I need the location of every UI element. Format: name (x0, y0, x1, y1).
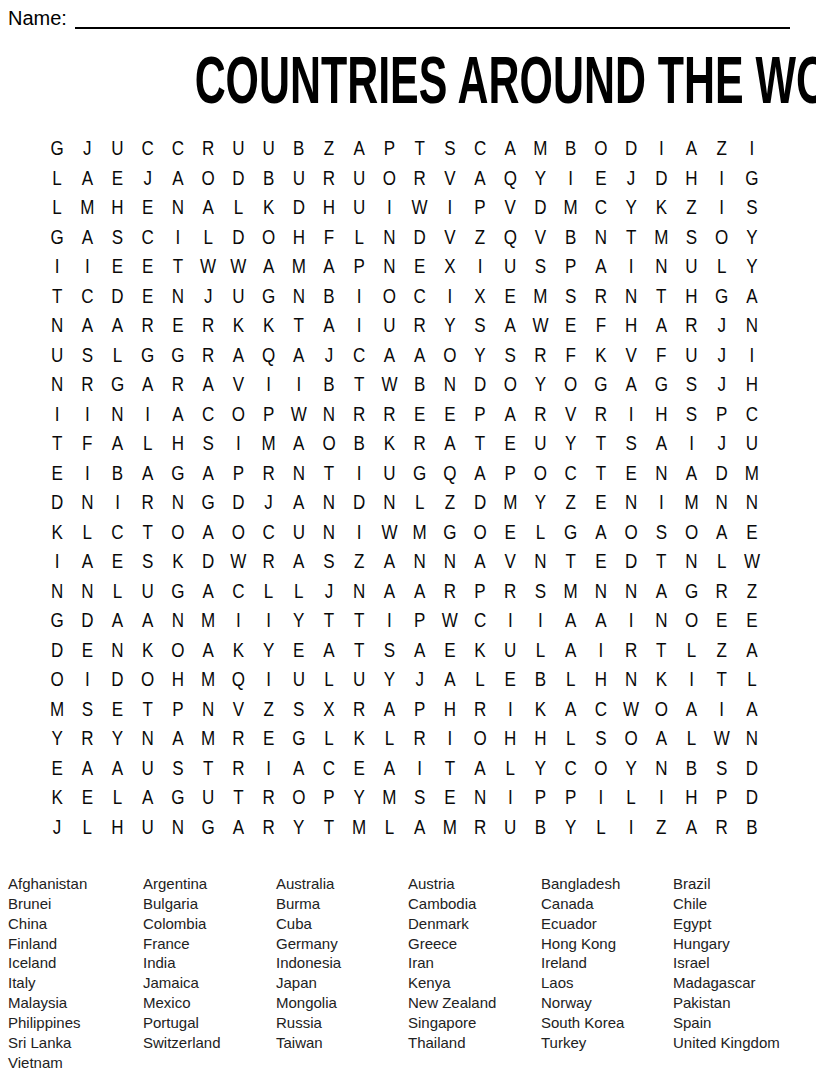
grid-cell-r20c15[interactable]: R (465, 695, 495, 725)
grid-cell-r17c14[interactable]: W (435, 606, 465, 636)
grid-cell-r24c10[interactable]: T (314, 813, 344, 843)
word-list-item[interactable]: New Zealand (408, 993, 541, 1013)
grid-cell-r21c21[interactable]: A (646, 724, 676, 754)
grid-cell-r12c16[interactable]: P (495, 459, 525, 489)
grid-cell-r15c16[interactable]: V (495, 547, 525, 577)
grid-cell-r22c7[interactable]: R (223, 754, 253, 784)
grid-cell-r21c6[interactable]: M (193, 724, 223, 754)
grid-cell-r4c4[interactable]: C (133, 223, 163, 253)
grid-cell-r3c13[interactable]: W (405, 193, 435, 223)
grid-cell-r4c8[interactable]: O (253, 223, 283, 253)
grid-cell-r4c5[interactable]: I (163, 223, 193, 253)
grid-cell-r9c21[interactable]: G (646, 370, 676, 400)
word-list-item[interactable]: Hungary (673, 934, 810, 954)
grid-cell-r22c2[interactable]: A (72, 754, 102, 784)
grid-cell-r2c15[interactable]: A (465, 164, 495, 194)
grid-cell-r13c13[interactable]: L (405, 488, 435, 518)
grid-cell-r3c20[interactable]: Y (616, 193, 646, 223)
grid-cell-r22c24[interactable]: D (737, 754, 767, 784)
grid-cell-r13c2[interactable]: N (72, 488, 102, 518)
grid-cell-r2c14[interactable]: V (435, 164, 465, 194)
grid-cell-r13c10[interactable]: N (314, 488, 344, 518)
word-list-item[interactable]: Argentina (143, 874, 276, 894)
grid-cell-r21c10[interactable]: L (314, 724, 344, 754)
name-blank-line[interactable] (75, 7, 790, 29)
grid-cell-r14c9[interactable]: U (284, 518, 314, 548)
grid-cell-r23c2[interactable]: E (72, 783, 102, 813)
grid-cell-r23c20[interactable]: L (616, 783, 646, 813)
word-list-item[interactable]: Cambodia (408, 894, 541, 914)
grid-cell-r12c8[interactable]: R (253, 459, 283, 489)
grid-cell-r16c9[interactable]: L (284, 577, 314, 607)
grid-cell-r18c2[interactable]: E (72, 636, 102, 666)
word-list-item[interactable]: Portugal (143, 1013, 276, 1033)
grid-cell-r6c14[interactable]: I (435, 282, 465, 312)
grid-cell-r22c13[interactable]: I (405, 754, 435, 784)
grid-cell-r22c22[interactable]: B (676, 754, 706, 784)
grid-cell-r19c5[interactable]: H (163, 665, 193, 695)
grid-cell-r15c23[interactable]: L (707, 547, 737, 577)
word-list-item[interactable]: Norway (541, 993, 673, 1013)
grid-cell-r6c16[interactable]: E (495, 282, 525, 312)
grid-cell-r18c7[interactable]: K (223, 636, 253, 666)
grid-cell-r2c21[interactable]: D (646, 164, 676, 194)
word-list-item[interactable]: Brazil (673, 874, 810, 894)
grid-cell-r4c11[interactable]: L (344, 223, 374, 253)
grid-cell-r2c23[interactable]: I (707, 164, 737, 194)
grid-cell-r16c24[interactable]: Z (737, 577, 767, 607)
grid-cell-r14c2[interactable]: L (72, 518, 102, 548)
grid-cell-r20c14[interactable]: H (435, 695, 465, 725)
grid-cell-r8c18[interactable]: F (556, 341, 586, 371)
grid-cell-r1c24[interactable]: I (737, 134, 767, 164)
grid-cell-r10c6[interactable]: C (193, 400, 223, 430)
grid-cell-r10c7[interactable]: O (223, 400, 253, 430)
grid-cell-r20c24[interactable]: A (737, 695, 767, 725)
grid-cell-r11c17[interactable]: U (525, 429, 555, 459)
grid-cell-r20c19[interactable]: C (586, 695, 616, 725)
grid-cell-r22c9[interactable]: A (284, 754, 314, 784)
grid-cell-r18c8[interactable]: Y (253, 636, 283, 666)
word-list-item[interactable]: Israel (673, 953, 810, 973)
grid-cell-r5c6[interactable]: W (193, 252, 223, 282)
grid-cell-r22c8[interactable]: I (253, 754, 283, 784)
grid-cell-r16c2[interactable]: N (72, 577, 102, 607)
grid-cell-r5c21[interactable]: N (646, 252, 676, 282)
grid-cell-r17c10[interactable]: T (314, 606, 344, 636)
grid-cell-r24c1[interactable]: J (42, 813, 72, 843)
grid-cell-r10c23[interactable]: P (707, 400, 737, 430)
grid-cell-r8c23[interactable]: J (707, 341, 737, 371)
grid-cell-r12c20[interactable]: E (616, 459, 646, 489)
grid-cell-r16c1[interactable]: N (42, 577, 72, 607)
grid-cell-r5c4[interactable]: E (133, 252, 163, 282)
grid-cell-r12c21[interactable]: N (646, 459, 676, 489)
grid-cell-r7c19[interactable]: F (586, 311, 616, 341)
grid-cell-r3c4[interactable]: E (133, 193, 163, 223)
grid-cell-r7c23[interactable]: J (707, 311, 737, 341)
grid-cell-r19c9[interactable]: U (284, 665, 314, 695)
grid-cell-r2c9[interactable]: U (284, 164, 314, 194)
grid-cell-r2c2[interactable]: A (72, 164, 102, 194)
grid-cell-r3c14[interactable]: I (435, 193, 465, 223)
grid-cell-r17c16[interactable]: I (495, 606, 525, 636)
grid-cell-r14c7[interactable]: O (223, 518, 253, 548)
grid-cell-r1c3[interactable]: U (102, 134, 132, 164)
grid-cell-r17c3[interactable]: A (102, 606, 132, 636)
grid-cell-r3c5[interactable]: N (163, 193, 193, 223)
grid-cell-r8c11[interactable]: C (344, 341, 374, 371)
word-list-item[interactable]: Taiwan (276, 1033, 408, 1053)
grid-cell-r11c19[interactable]: T (586, 429, 616, 459)
grid-cell-r15c14[interactable]: N (435, 547, 465, 577)
grid-cell-r21c3[interactable]: Y (102, 724, 132, 754)
grid-cell-r5c7[interactable]: W (223, 252, 253, 282)
grid-cell-r19c12[interactable]: Y (374, 665, 404, 695)
grid-cell-r7c18[interactable]: E (556, 311, 586, 341)
grid-cell-r16c14[interactable]: R (435, 577, 465, 607)
grid-cell-r9c14[interactable]: N (435, 370, 465, 400)
grid-cell-r4c9[interactable]: H (284, 223, 314, 253)
grid-cell-r19c16[interactable]: E (495, 665, 525, 695)
grid-cell-r24c19[interactable]: L (586, 813, 616, 843)
grid-cell-r17c11[interactable]: T (344, 606, 374, 636)
grid-cell-r23c17[interactable]: P (525, 783, 555, 813)
word-list-item[interactable]: Philippines (8, 1013, 143, 1033)
grid-cell-r1c21[interactable]: I (646, 134, 676, 164)
grid-cell-r24c13[interactable]: A (405, 813, 435, 843)
word-list-item[interactable]: Sri Lanka (8, 1033, 143, 1053)
grid-cell-r16c11[interactable]: N (344, 577, 374, 607)
grid-cell-r6c24[interactable]: A (737, 282, 767, 312)
grid-cell-r12c1[interactable]: E (42, 459, 72, 489)
grid-cell-r13c18[interactable]: Z (556, 488, 586, 518)
grid-cell-r1c8[interactable]: U (253, 134, 283, 164)
grid-cell-r9c9[interactable]: I (284, 370, 314, 400)
grid-cell-r3c18[interactable]: M (556, 193, 586, 223)
grid-cell-r19c4[interactable]: O (133, 665, 163, 695)
grid-cell-r23c18[interactable]: P (556, 783, 586, 813)
word-list-item[interactable]: Laos (541, 973, 673, 993)
grid-cell-r12c23[interactable]: D (707, 459, 737, 489)
grid-cell-r8c13[interactable]: A (405, 341, 435, 371)
grid-cell-r17c7[interactable]: I (223, 606, 253, 636)
grid-cell-r8c16[interactable]: S (495, 341, 525, 371)
grid-cell-r20c2[interactable]: S (72, 695, 102, 725)
grid-cell-r11c12[interactable]: K (374, 429, 404, 459)
grid-cell-r19c19[interactable]: H (586, 665, 616, 695)
grid-cell-r24c12[interactable]: L (374, 813, 404, 843)
grid-cell-r4c19[interactable]: N (586, 223, 616, 253)
grid-cell-r22c15[interactable]: A (465, 754, 495, 784)
grid-cell-r1c10[interactable]: Z (314, 134, 344, 164)
grid-cell-r8c21[interactable]: F (646, 341, 676, 371)
word-list-item[interactable]: Mongolia (276, 993, 408, 1013)
grid-cell-r16c20[interactable]: N (616, 577, 646, 607)
grid-cell-r18c16[interactable]: U (495, 636, 525, 666)
grid-cell-r12c11[interactable]: I (344, 459, 374, 489)
grid-cell-r16c12[interactable]: A (374, 577, 404, 607)
grid-cell-r2c13[interactable]: R (405, 164, 435, 194)
grid-cell-r3c10[interactable]: H (314, 193, 344, 223)
grid-cell-r1c11[interactable]: A (344, 134, 374, 164)
grid-cell-r13c7[interactable]: D (223, 488, 253, 518)
grid-cell-r9c15[interactable]: D (465, 370, 495, 400)
word-list-item[interactable]: South Korea (541, 1013, 673, 1033)
grid-cell-r14c3[interactable]: C (102, 518, 132, 548)
grid-cell-r20c6[interactable]: N (193, 695, 223, 725)
grid-cell-r23c7[interactable]: T (223, 783, 253, 813)
grid-cell-r12c24[interactable]: M (737, 459, 767, 489)
grid-cell-r1c4[interactable]: C (133, 134, 163, 164)
grid-cell-r5c20[interactable]: I (616, 252, 646, 282)
grid-cell-r20c9[interactable]: S (284, 695, 314, 725)
grid-cell-r8c20[interactable]: V (616, 341, 646, 371)
grid-cell-r13c9[interactable]: A (284, 488, 314, 518)
grid-cell-r15c17[interactable]: N (525, 547, 555, 577)
grid-cell-r10c8[interactable]: P (253, 400, 283, 430)
grid-cell-r6c7[interactable]: U (223, 282, 253, 312)
grid-cell-r22c3[interactable]: A (102, 754, 132, 784)
grid-cell-r10c22[interactable]: S (676, 400, 706, 430)
grid-cell-r11c7[interactable]: I (223, 429, 253, 459)
grid-cell-r6c20[interactable]: N (616, 282, 646, 312)
grid-cell-r21c13[interactable]: R (405, 724, 435, 754)
grid-cell-r21c9[interactable]: G (284, 724, 314, 754)
grid-cell-r15c9[interactable]: A (284, 547, 314, 577)
grid-cell-r22c12[interactable]: A (374, 754, 404, 784)
grid-cell-r18c21[interactable]: T (646, 636, 676, 666)
grid-cell-r3c24[interactable]: S (737, 193, 767, 223)
word-list-item[interactable]: Russia (276, 1013, 408, 1033)
word-list-item[interactable]: Mexico (143, 993, 276, 1013)
grid-cell-r10c15[interactable]: P (465, 400, 495, 430)
word-list-item[interactable]: India (143, 953, 276, 973)
grid-cell-r2c1[interactable]: L (42, 164, 72, 194)
grid-cell-r1c2[interactable]: J (72, 134, 102, 164)
grid-cell-r23c16[interactable]: I (495, 783, 525, 813)
grid-cell-r6c15[interactable]: X (465, 282, 495, 312)
grid-cell-r5c24[interactable]: Y (737, 252, 767, 282)
word-list-item[interactable]: Switzerland (143, 1033, 276, 1053)
grid-cell-r13c20[interactable]: N (616, 488, 646, 518)
grid-cell-r5c22[interactable]: U (676, 252, 706, 282)
grid-cell-r23c1[interactable]: K (42, 783, 72, 813)
grid-cell-r24c8[interactable]: R (253, 813, 283, 843)
grid-cell-r10c4[interactable]: I (133, 400, 163, 430)
grid-cell-r8c5[interactable]: G (163, 341, 193, 371)
grid-cell-r19c3[interactable]: D (102, 665, 132, 695)
grid-cell-r13c14[interactable]: Z (435, 488, 465, 518)
grid-cell-r21c2[interactable]: R (72, 724, 102, 754)
grid-cell-r7c24[interactable]: N (737, 311, 767, 341)
grid-cell-r7c3[interactable]: A (102, 311, 132, 341)
grid-cell-r15c6[interactable]: D (193, 547, 223, 577)
grid-cell-r11c23[interactable]: J (707, 429, 737, 459)
grid-cell-r24c24[interactable]: B (737, 813, 767, 843)
grid-cell-r2c16[interactable]: Q (495, 164, 525, 194)
grid-cell-r21c5[interactable]: A (163, 724, 193, 754)
grid-cell-r21c22[interactable]: L (676, 724, 706, 754)
grid-cell-r7c20[interactable]: H (616, 311, 646, 341)
grid-cell-r22c14[interactable]: T (435, 754, 465, 784)
word-list-item[interactable]: Vietnam (8, 1053, 143, 1073)
word-list-item[interactable]: Spain (673, 1013, 810, 1033)
grid-cell-r7c12[interactable]: U (374, 311, 404, 341)
grid-cell-r2c3[interactable]: E (102, 164, 132, 194)
grid-cell-r15c5[interactable]: K (163, 547, 193, 577)
grid-cell-r1c13[interactable]: T (405, 134, 435, 164)
grid-cell-r21c19[interactable]: S (586, 724, 616, 754)
grid-cell-r15c4[interactable]: S (133, 547, 163, 577)
grid-cell-r21c18[interactable]: L (556, 724, 586, 754)
grid-cell-r12c17[interactable]: O (525, 459, 555, 489)
grid-cell-r13c16[interactable]: M (495, 488, 525, 518)
grid-cell-r10c12[interactable]: R (374, 400, 404, 430)
grid-cell-r13c6[interactable]: G (193, 488, 223, 518)
grid-cell-r4c3[interactable]: S (102, 223, 132, 253)
grid-cell-r10c11[interactable]: R (344, 400, 374, 430)
grid-cell-r24c21[interactable]: Z (646, 813, 676, 843)
grid-cell-r23c3[interactable]: L (102, 783, 132, 813)
grid-cell-r10c16[interactable]: A (495, 400, 525, 430)
grid-cell-r11c10[interactable]: O (314, 429, 344, 459)
grid-cell-r18c3[interactable]: N (102, 636, 132, 666)
grid-cell-r9c12[interactable]: W (374, 370, 404, 400)
grid-cell-r8c6[interactable]: R (193, 341, 223, 371)
grid-cell-r17c4[interactable]: A (133, 606, 163, 636)
grid-cell-r24c3[interactable]: H (102, 813, 132, 843)
grid-cell-r2c19[interactable]: E (586, 164, 616, 194)
grid-cell-r9c4[interactable]: A (133, 370, 163, 400)
grid-cell-r13c4[interactable]: R (133, 488, 163, 518)
grid-cell-r18c22[interactable]: L (676, 636, 706, 666)
grid-cell-r4c2[interactable]: A (72, 223, 102, 253)
grid-cell-r6c5[interactable]: N (163, 282, 193, 312)
grid-cell-r24c20[interactable]: I (616, 813, 646, 843)
grid-cell-r2c20[interactable]: J (616, 164, 646, 194)
grid-cell-r13c15[interactable]: D (465, 488, 495, 518)
grid-cell-r16c23[interactable]: R (707, 577, 737, 607)
grid-cell-r18c23[interactable]: Z (707, 636, 737, 666)
grid-cell-r3c2[interactable]: M (72, 193, 102, 223)
grid-cell-r18c4[interactable]: K (133, 636, 163, 666)
grid-cell-r10c21[interactable]: H (646, 400, 676, 430)
grid-cell-r1c22[interactable]: A (676, 134, 706, 164)
grid-cell-r13c21[interactable]: I (646, 488, 676, 518)
grid-cell-r18c15[interactable]: K (465, 636, 495, 666)
grid-cell-r3c1[interactable]: L (42, 193, 72, 223)
word-list-item[interactable]: Kenya (408, 973, 541, 993)
grid-cell-r7c14[interactable]: Y (435, 311, 465, 341)
grid-cell-r11c16[interactable]: E (495, 429, 525, 459)
grid-cell-r18c10[interactable]: A (314, 636, 344, 666)
grid-cell-r6c21[interactable]: T (646, 282, 676, 312)
grid-cell-r4c21[interactable]: M (646, 223, 676, 253)
grid-cell-r14c4[interactable]: T (133, 518, 163, 548)
grid-cell-r7c2[interactable]: A (72, 311, 102, 341)
grid-cell-r12c3[interactable]: B (102, 459, 132, 489)
grid-cell-r5c23[interactable]: L (707, 252, 737, 282)
grid-cell-r9c13[interactable]: B (405, 370, 435, 400)
grid-cell-r22c1[interactable]: E (42, 754, 72, 784)
grid-cell-r15c20[interactable]: D (616, 547, 646, 577)
grid-cell-r19c18[interactable]: L (556, 665, 586, 695)
grid-cell-r3c19[interactable]: C (586, 193, 616, 223)
grid-cell-r7c21[interactable]: A (646, 311, 676, 341)
grid-cell-r6c4[interactable]: E (133, 282, 163, 312)
grid-cell-r5c17[interactable]: S (525, 252, 555, 282)
grid-cell-r4c20[interactable]: T (616, 223, 646, 253)
grid-cell-r22c16[interactable]: L (495, 754, 525, 784)
grid-cell-r20c20[interactable]: W (616, 695, 646, 725)
grid-cell-r2c7[interactable]: D (223, 164, 253, 194)
grid-cell-r22c10[interactable]: C (314, 754, 344, 784)
grid-cell-r10c20[interactable]: I (616, 400, 646, 430)
grid-cell-r9c10[interactable]: B (314, 370, 344, 400)
grid-cell-r15c10[interactable]: S (314, 547, 344, 577)
grid-cell-r13c11[interactable]: D (344, 488, 374, 518)
grid-cell-r11c9[interactable]: A (284, 429, 314, 459)
word-list-item[interactable]: Italy (8, 973, 143, 993)
grid-cell-r24c6[interactable]: G (193, 813, 223, 843)
grid-cell-r5c14[interactable]: X (435, 252, 465, 282)
grid-cell-r23c23[interactable]: P (707, 783, 737, 813)
grid-cell-r16c19[interactable]: N (586, 577, 616, 607)
grid-cell-r24c22[interactable]: A (676, 813, 706, 843)
grid-cell-r5c8[interactable]: A (253, 252, 283, 282)
grid-cell-r21c23[interactable]: W (707, 724, 737, 754)
grid-cell-r12c6[interactable]: A (193, 459, 223, 489)
grid-cell-r4c22[interactable]: S (676, 223, 706, 253)
grid-cell-r9c2[interactable]: R (72, 370, 102, 400)
grid-cell-r12c2[interactable]: I (72, 459, 102, 489)
grid-cell-r15c18[interactable]: T (556, 547, 586, 577)
grid-cell-r1c6[interactable]: R (193, 134, 223, 164)
grid-cell-r1c18[interactable]: B (556, 134, 586, 164)
grid-cell-r1c9[interactable]: B (284, 134, 314, 164)
grid-cell-r24c14[interactable]: M (435, 813, 465, 843)
grid-cell-r6c11[interactable]: I (344, 282, 374, 312)
grid-cell-r6c17[interactable]: M (525, 282, 555, 312)
grid-cell-r23c4[interactable]: A (133, 783, 163, 813)
grid-cell-r20c11[interactable]: R (344, 695, 374, 725)
grid-cell-r11c21[interactable]: A (646, 429, 676, 459)
grid-cell-r8c4[interactable]: G (133, 341, 163, 371)
grid-cell-r17c18[interactable]: A (556, 606, 586, 636)
grid-cell-r12c14[interactable]: Q (435, 459, 465, 489)
grid-cell-r1c1[interactable]: G (42, 134, 72, 164)
grid-cell-r4c7[interactable]: D (223, 223, 253, 253)
grid-cell-r19c20[interactable]: N (616, 665, 646, 695)
grid-cell-r3c7[interactable]: L (223, 193, 253, 223)
grid-cell-r2c11[interactable]: U (344, 164, 374, 194)
grid-cell-r24c18[interactable]: Y (556, 813, 586, 843)
word-list-item[interactable]: Ireland (541, 953, 673, 973)
grid-cell-r21c24[interactable]: N (737, 724, 767, 754)
grid-cell-r8c14[interactable]: O (435, 341, 465, 371)
grid-cell-r10c9[interactable]: W (284, 400, 314, 430)
word-list-item[interactable]: Finland (8, 934, 143, 954)
grid-cell-r12c22[interactable]: A (676, 459, 706, 489)
grid-cell-r13c19[interactable]: E (586, 488, 616, 518)
grid-cell-r10c10[interactable]: N (314, 400, 344, 430)
grid-cell-r20c4[interactable]: T (133, 695, 163, 725)
grid-cell-r8c17[interactable]: R (525, 341, 555, 371)
grid-cell-r24c4[interactable]: U (133, 813, 163, 843)
grid-cell-r14c17[interactable]: L (525, 518, 555, 548)
grid-cell-r7c1[interactable]: N (42, 311, 72, 341)
